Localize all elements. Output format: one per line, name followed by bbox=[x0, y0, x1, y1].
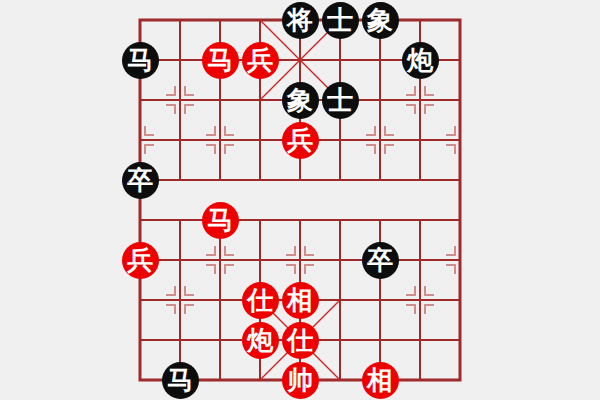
piece-red-elephant[interactable]: 相 bbox=[282, 282, 319, 319]
piece-red-advisor[interactable]: 仕 bbox=[282, 322, 319, 359]
board-grid: 将士象马马兵炮象士兵卒马兵卒仕相炮仕马帅相 bbox=[120, 0, 480, 400]
piece-red-soldier[interactable]: 兵 bbox=[122, 242, 159, 279]
piece-red-soldier[interactable]: 兵 bbox=[242, 42, 279, 79]
piece-black-elephant[interactable]: 象 bbox=[282, 82, 319, 119]
piece-red-horse[interactable]: 马 bbox=[202, 42, 239, 79]
piece-black-general[interactable]: 将 bbox=[282, 2, 319, 39]
piece-black-soldier[interactable]: 卒 bbox=[122, 162, 159, 199]
piece-red-elephant[interactable]: 相 bbox=[362, 362, 399, 399]
piece-black-elephant[interactable]: 象 bbox=[362, 2, 399, 39]
xiangqi-board-screenshot: 将士象马马兵炮象士兵卒马兵卒仕相炮仕马帅相 bbox=[0, 0, 600, 400]
piece-black-horse[interactable]: 马 bbox=[122, 42, 159, 79]
piece-black-advisor[interactable]: 士 bbox=[322, 2, 359, 39]
piece-red-advisor[interactable]: 仕 bbox=[242, 282, 279, 319]
piece-red-horse[interactable]: 马 bbox=[202, 202, 239, 239]
piece-black-horse[interactable]: 马 bbox=[162, 362, 199, 399]
piece-red-soldier[interactable]: 兵 bbox=[282, 122, 319, 159]
piece-black-soldier[interactable]: 卒 bbox=[362, 242, 399, 279]
piece-black-cannon[interactable]: 炮 bbox=[402, 42, 439, 79]
piece-black-advisor[interactable]: 士 bbox=[322, 82, 359, 119]
piece-red-general[interactable]: 帅 bbox=[282, 362, 319, 399]
piece-red-cannon[interactable]: 炮 bbox=[242, 322, 279, 359]
